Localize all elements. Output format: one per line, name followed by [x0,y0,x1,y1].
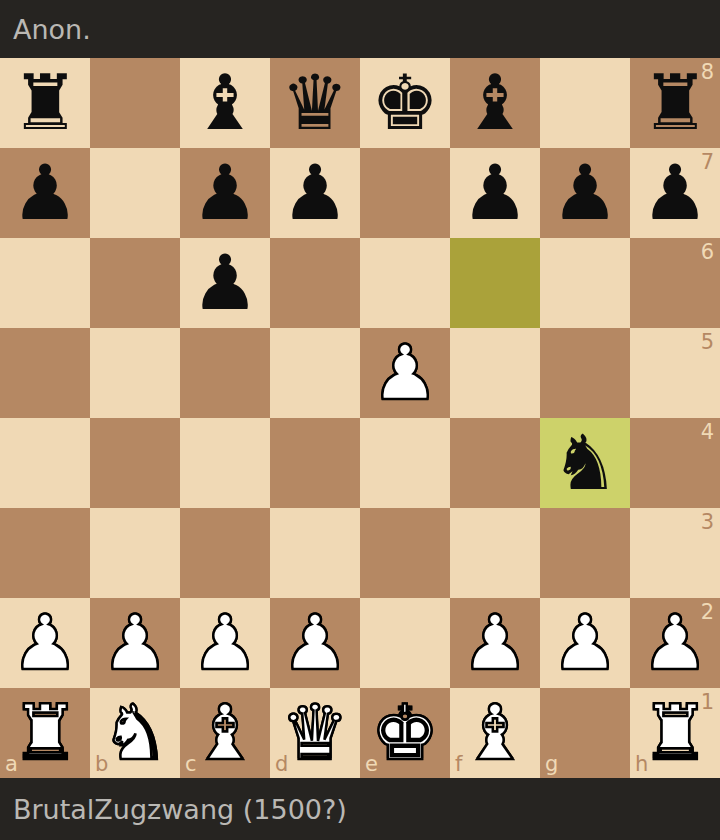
square-g5[interactable] [540,328,630,418]
coord-rank-8: 8 [701,62,714,83]
square-h1[interactable]: ♜1h [630,688,720,778]
square-e7[interactable] [360,148,450,238]
square-c5[interactable] [180,328,270,418]
square-a4[interactable] [0,418,90,508]
square-f5[interactable] [450,328,540,418]
square-g4[interactable]: ♞ [540,418,630,508]
square-b6[interactable] [90,238,180,328]
square-h7[interactable]: ♟7 [630,148,720,238]
square-f2[interactable]: ♟ [450,598,540,688]
chess-board: ♜♝♛♚♝♜8♟♟♟♟♟♟7♟6♟5♞43♟♟♟♟♟♟♟2♜a♞b♝c♛d♚e♝… [0,58,720,778]
coord-rank-1: 1 [701,692,714,713]
white-pawn[interactable]: ♟ [360,328,450,418]
white-pawn[interactable]: ♟ [0,598,90,688]
square-c8[interactable]: ♝ [180,58,270,148]
coord-file-d: d [275,754,288,775]
black-rook[interactable]: ♜ [0,58,90,148]
square-a7[interactable]: ♟ [0,148,90,238]
coord-file-f: f [455,754,462,775]
square-e6[interactable] [360,238,450,328]
square-a3[interactable] [0,508,90,598]
black-pawn[interactable]: ♟ [540,148,630,238]
black-pawn[interactable]: ♟ [180,148,270,238]
square-f7[interactable]: ♟ [450,148,540,238]
square-f3[interactable] [450,508,540,598]
coord-file-h: h [635,754,648,775]
white-pawn[interactable]: ♟ [540,598,630,688]
square-f8[interactable]: ♝ [450,58,540,148]
square-d8[interactable]: ♛ [270,58,360,148]
square-b7[interactable] [90,148,180,238]
square-h2[interactable]: ♟2 [630,598,720,688]
square-e5[interactable]: ♟ [360,328,450,418]
square-a2[interactable]: ♟ [0,598,90,688]
square-f1[interactable]: ♝f [450,688,540,778]
square-d7[interactable]: ♟ [270,148,360,238]
square-f6[interactable] [450,238,540,328]
square-h6[interactable]: 6 [630,238,720,328]
bottom-player-bar: BrutalZugzwang (1500?) [0,778,720,840]
square-c2[interactable]: ♟ [180,598,270,688]
square-b5[interactable] [90,328,180,418]
square-c3[interactable] [180,508,270,598]
black-pawn[interactable]: ♟ [270,148,360,238]
square-c7[interactable]: ♟ [180,148,270,238]
black-bishop[interactable]: ♝ [180,58,270,148]
square-g2[interactable]: ♟ [540,598,630,688]
square-g6[interactable] [540,238,630,328]
black-king[interactable]: ♚ [360,58,450,148]
square-f4[interactable] [450,418,540,508]
black-pawn[interactable]: ♟ [180,238,270,328]
square-a1[interactable]: ♜a [0,688,90,778]
coord-file-c: c [185,754,197,775]
square-b8[interactable] [90,58,180,148]
square-a6[interactable] [0,238,90,328]
black-bishop[interactable]: ♝ [450,58,540,148]
coord-rank-5: 5 [701,332,714,353]
white-bishop[interactable]: ♝ [450,688,540,778]
coord-rank-7: 7 [701,152,714,173]
square-h3[interactable]: 3 [630,508,720,598]
square-g7[interactable]: ♟ [540,148,630,238]
square-e2[interactable] [360,598,450,688]
white-pawn[interactable]: ♟ [180,598,270,688]
square-g3[interactable] [540,508,630,598]
black-pawn[interactable]: ♟ [0,148,90,238]
square-d4[interactable] [270,418,360,508]
bottom-player-name: BrutalZugzwang (1500?) [13,794,347,825]
square-a8[interactable]: ♜ [0,58,90,148]
coord-file-a: a [5,754,18,775]
top-player-name: Anon. [13,14,91,45]
square-g8[interactable] [540,58,630,148]
white-pawn[interactable]: ♟ [450,598,540,688]
square-h5[interactable]: 5 [630,328,720,418]
square-d5[interactable] [270,328,360,418]
black-knight[interactable]: ♞ [540,418,630,508]
square-e4[interactable] [360,418,450,508]
coord-file-b: b [95,754,108,775]
square-b1[interactable]: ♞b [90,688,180,778]
square-h4[interactable]: 4 [630,418,720,508]
square-b3[interactable] [90,508,180,598]
coord-rank-2: 2 [701,602,714,623]
coord-rank-6: 6 [701,242,714,263]
coord-rank-3: 3 [701,512,714,533]
square-c6[interactable]: ♟ [180,238,270,328]
square-e3[interactable] [360,508,450,598]
square-d3[interactable] [270,508,360,598]
square-e1[interactable]: ♚e [360,688,450,778]
black-pawn[interactable]: ♟ [450,148,540,238]
square-g1[interactable]: g [540,688,630,778]
black-queen[interactable]: ♛ [270,58,360,148]
square-a5[interactable] [0,328,90,418]
white-pawn[interactable]: ♟ [270,598,360,688]
square-d2[interactable]: ♟ [270,598,360,688]
square-d6[interactable] [270,238,360,328]
square-b4[interactable] [90,418,180,508]
square-c1[interactable]: ♝c [180,688,270,778]
square-d1[interactable]: ♛d [270,688,360,778]
square-c4[interactable] [180,418,270,508]
square-h8[interactable]: ♜8 [630,58,720,148]
coord-rank-4: 4 [701,422,714,443]
coord-file-e: e [365,754,378,775]
square-b2[interactable]: ♟ [90,598,180,688]
square-e8[interactable]: ♚ [360,58,450,148]
top-player-bar: Anon. [0,0,720,58]
coord-file-g: g [545,754,558,775]
white-pawn[interactable]: ♟ [90,598,180,688]
